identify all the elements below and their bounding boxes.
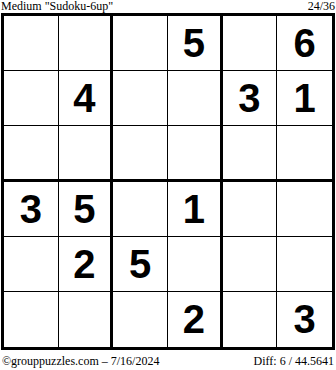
cell-r4c2: 5 — [59, 182, 114, 237]
cell-r4c5[interactable] — [223, 182, 278, 237]
cell-r3c3[interactable] — [113, 126, 168, 181]
cell-r6c5[interactable] — [223, 292, 278, 347]
cell-r5c4[interactable] — [168, 237, 223, 292]
copyright-text: ©grouppuzzles.com – 7/16/2024 — [0, 354, 159, 368]
cell-r6c2[interactable] — [59, 292, 114, 347]
puzzle-page: Medium "Sudoku-6up" 24/36 564313512523 ©… — [0, 0, 336, 370]
cell-r1c5[interactable] — [223, 16, 278, 71]
cell-r2c3[interactable] — [113, 71, 168, 126]
cell-r1c6: 6 — [277, 16, 332, 71]
difficulty-text: Diff: 6 / 44.5641 — [254, 354, 336, 368]
cell-r2c1[interactable] — [4, 71, 59, 126]
sudoku-board: 564313512523 — [1, 13, 335, 350]
cell-r3c6[interactable] — [277, 126, 332, 181]
cell-r3c2[interactable] — [59, 126, 114, 181]
puzzle-title: Medium "Sudoku-6up" — [0, 0, 113, 13]
cell-r3c5[interactable] — [223, 126, 278, 181]
cell-r3c4[interactable] — [168, 126, 223, 181]
cell-r5c3: 5 — [113, 237, 168, 292]
progress-counter: 24/36 — [308, 0, 336, 13]
cell-r6c4: 2 — [168, 292, 223, 347]
cell-r1c4: 5 — [168, 16, 223, 71]
cell-r4c6[interactable] — [277, 182, 332, 237]
cell-r3c1[interactable] — [4, 126, 59, 181]
cell-r6c3[interactable] — [113, 292, 168, 347]
cell-r1c1[interactable] — [4, 16, 59, 71]
cell-r2c4[interactable] — [168, 71, 223, 126]
cell-r5c2: 2 — [59, 237, 114, 292]
cell-r6c6: 3 — [277, 292, 332, 347]
cell-r2c2: 4 — [59, 71, 114, 126]
cell-r2c6: 1 — [277, 71, 332, 126]
cell-r4c4: 1 — [168, 182, 223, 237]
cell-r1c2[interactable] — [59, 16, 114, 71]
cell-r5c6[interactable] — [277, 237, 332, 292]
cell-r2c5: 3 — [223, 71, 278, 126]
header: Medium "Sudoku-6up" 24/36 — [0, 0, 336, 13]
cell-r4c3[interactable] — [113, 182, 168, 237]
footer: ©grouppuzzles.com – 7/16/2024 Diff: 6 / … — [0, 354, 336, 368]
cell-r4c1: 3 — [4, 182, 59, 237]
cell-r1c3[interactable] — [113, 16, 168, 71]
cell-r5c1[interactable] — [4, 237, 59, 292]
cell-r5c5[interactable] — [223, 237, 278, 292]
cell-r6c1[interactable] — [4, 292, 59, 347]
